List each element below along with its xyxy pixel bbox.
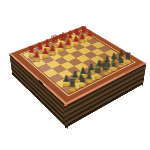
product-photo-canvas: ♜♞♝♛♚♝♞♜♟♟♟♟♟♟♟♟♟♟♟♟♟♟♟♟♜♞♝♛♚♝♞♜: [0, 0, 150, 150]
chess-box-assembly: ♜♞♝♛♚♝♞♜♟♟♟♟♟♟♟♟♟♟♟♟♟♟♟♟♜♞♝♛♚♝♞♜: [10, 26, 145, 104]
piece-gold-base: [69, 88, 77, 91]
piece-gold-base: [33, 59, 40, 62]
